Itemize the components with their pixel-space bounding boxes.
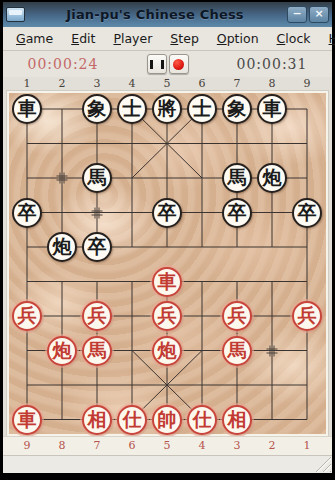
clock-toolbar: 00:00:24 00:00:31 (3, 51, 332, 77)
piece-bp[interactable]: 卒 (82, 232, 112, 262)
piece-br[interactable]: 車 (257, 94, 287, 124)
menu-bar: GameEditPlayerStepOptionClockHelp (3, 27, 332, 51)
piece-bp[interactable]: 卒 (12, 198, 42, 228)
file-label-bottom: 7 (94, 437, 101, 454)
board-area: 車象士將士象車馬馬炮卒卒卒卒炮卒車兵兵兵兵兵炮馬炮馬車相仕帥仕相 (3, 91, 332, 436)
window-title: Jian-pu's Chinese Chess (25, 7, 285, 22)
piece-bk[interactable]: 將 (152, 94, 182, 124)
piece-bc[interactable]: 炮 (257, 163, 287, 193)
menu-item-help[interactable]: Help (320, 29, 335, 48)
piece-bb[interactable]: 象 (82, 94, 112, 124)
piece-bn[interactable]: 馬 (82, 163, 112, 193)
piece-rr[interactable]: 車 (152, 267, 182, 297)
xiangqi-board[interactable]: 車象士將士象車馬馬炮卒卒卒卒炮卒車兵兵兵兵兵炮馬炮馬車相仕帥仕相 (9, 93, 326, 434)
pause-icon (150, 60, 164, 69)
piece-ra[interactable]: 仕 (187, 405, 217, 435)
menu-item-option[interactable]: Option (208, 29, 268, 48)
file-label-bottom: 5 (164, 437, 171, 454)
board-frame: 車象士將士象車馬馬炮卒卒卒卒炮卒車兵兵兵兵兵炮馬炮馬車相仕帥仕相 (7, 91, 328, 436)
position-marker (92, 207, 103, 218)
piece-bp[interactable]: 卒 (222, 198, 252, 228)
piece-rk[interactable]: 帥 (152, 405, 182, 435)
file-label-top: 3 (94, 77, 101, 91)
file-label-bottom: 6 (129, 437, 136, 454)
piece-rp[interactable]: 兵 (292, 301, 322, 331)
piece-br[interactable]: 車 (12, 94, 42, 124)
file-label-top: 5 (164, 77, 171, 91)
piece-bn[interactable]: 馬 (222, 163, 252, 193)
status-bar (3, 455, 332, 473)
piece-rp[interactable]: 兵 (152, 301, 182, 331)
piece-bp[interactable]: 卒 (152, 198, 182, 228)
file-label-bottom: 1 (304, 437, 311, 454)
piece-rc[interactable]: 炮 (152, 336, 182, 366)
piece-ra[interactable]: 仕 (117, 405, 147, 435)
board-grid (9, 93, 326, 434)
minimize-button[interactable]: − (287, 6, 307, 23)
menu-item-step[interactable]: Step (161, 29, 207, 48)
piece-rn[interactable]: 馬 (222, 336, 252, 366)
app-window: Jian-pu's Chinese Chess − × GameEditPlay… (3, 2, 332, 473)
file-label-bottom: 8 (59, 437, 66, 454)
red-clock: 00:00:24 (3, 56, 123, 72)
piece-rn[interactable]: 馬 (82, 336, 112, 366)
window-frame: Jian-pu's Chinese Chess − × GameEditPlay… (0, 0, 335, 480)
file-label-top: 6 (199, 77, 206, 91)
piece-ba[interactable]: 士 (117, 94, 147, 124)
menu-item-edit[interactable]: Edit (62, 29, 104, 48)
piece-rr[interactable]: 車 (12, 405, 42, 435)
file-label-bottom: 9 (24, 437, 31, 454)
menu-item-player[interactable]: Player (104, 29, 161, 48)
record-icon (173, 59, 184, 70)
piece-rp[interactable]: 兵 (222, 301, 252, 331)
piece-bc[interactable]: 炮 (47, 232, 77, 262)
piece-bp[interactable]: 卒 (292, 198, 322, 228)
piece-ba[interactable]: 士 (187, 94, 217, 124)
piece-rb[interactable]: 相 (82, 405, 112, 435)
pause-button[interactable] (147, 54, 167, 74)
file-label-bottom: 4 (199, 437, 206, 454)
piece-rp[interactable]: 兵 (12, 301, 42, 331)
file-labels-top: 123456789 (3, 77, 332, 91)
menu-item-clock[interactable]: Clock (268, 29, 320, 48)
file-label-bottom: 2 (269, 437, 276, 454)
resize-grip[interactable] (314, 455, 331, 472)
piece-rb[interactable]: 相 (222, 405, 252, 435)
close-button[interactable]: × (309, 6, 329, 23)
record-button[interactable] (169, 54, 189, 74)
file-label-top: 4 (129, 77, 136, 91)
piece-rp[interactable]: 兵 (82, 301, 112, 331)
file-label-bottom: 3 (234, 437, 241, 454)
piece-bb[interactable]: 象 (222, 94, 252, 124)
file-label-top: 2 (59, 77, 66, 91)
file-label-top: 7 (234, 77, 241, 91)
position-marker (57, 173, 68, 184)
title-bar[interactable]: Jian-pu's Chinese Chess − × (3, 2, 332, 27)
file-label-top: 1 (24, 77, 31, 91)
file-label-top: 8 (269, 77, 276, 91)
menu-item-game[interactable]: Game (7, 29, 62, 48)
piece-rc[interactable]: 炮 (47, 336, 77, 366)
file-label-top: 9 (304, 77, 311, 91)
clock-controls (123, 54, 212, 74)
file-labels-bottom: 987654321 (3, 436, 332, 455)
app-window-icon[interactable] (6, 7, 25, 22)
position-marker (267, 345, 278, 356)
black-clock: 00:00:31 (212, 56, 332, 72)
